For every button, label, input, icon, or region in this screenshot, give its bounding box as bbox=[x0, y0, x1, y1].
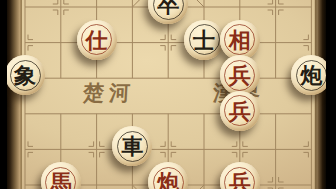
piece-red-soldier[interactable]: 兵 bbox=[220, 91, 260, 131]
piece-red-advisor[interactable]: 仕 bbox=[77, 20, 117, 60]
piece-black-soldier[interactable]: 卒 bbox=[148, 0, 188, 24]
letterbox-bar-right bbox=[326, 0, 336, 189]
piece-character: 相 bbox=[220, 20, 260, 60]
piece-character: 卒 bbox=[148, 0, 188, 24]
piece-character: 馬 bbox=[41, 162, 81, 189]
board-grid-lines bbox=[7, 0, 326, 189]
piece-red-soldier[interactable]: 兵 bbox=[220, 55, 260, 95]
piece-character: 仕 bbox=[77, 20, 117, 60]
piece-character: 兵 bbox=[220, 55, 260, 95]
piece-character: 兵 bbox=[220, 91, 260, 131]
xiangqi-board[interactable]: 楚河 漢界 卒仕士相象兵炮兵車馬炮兵 bbox=[7, 0, 326, 189]
piece-red-cannon[interactable]: 炮 bbox=[148, 162, 188, 189]
letterbox-bar-left bbox=[0, 0, 7, 189]
piece-red-horse[interactable]: 馬 bbox=[41, 162, 81, 189]
piece-character: 士 bbox=[184, 20, 224, 60]
piece-character: 象 bbox=[5, 55, 45, 95]
video-frame: 楚河 漢界 卒仕士相象兵炮兵車馬炮兵 bbox=[0, 0, 336, 189]
piece-character: 兵 bbox=[220, 162, 260, 189]
piece-red-soldier[interactable]: 兵 bbox=[220, 162, 260, 189]
piece-character: 炮 bbox=[148, 162, 188, 189]
piece-black-chariot[interactable]: 車 bbox=[112, 126, 152, 166]
piece-black-advisor[interactable]: 士 bbox=[184, 20, 224, 60]
river-label-chu: 楚河 bbox=[82, 81, 135, 105]
piece-character: 車 bbox=[112, 126, 152, 166]
piece-red-elephant[interactable]: 相 bbox=[220, 20, 260, 60]
piece-black-elephant[interactable]: 象 bbox=[5, 55, 45, 95]
